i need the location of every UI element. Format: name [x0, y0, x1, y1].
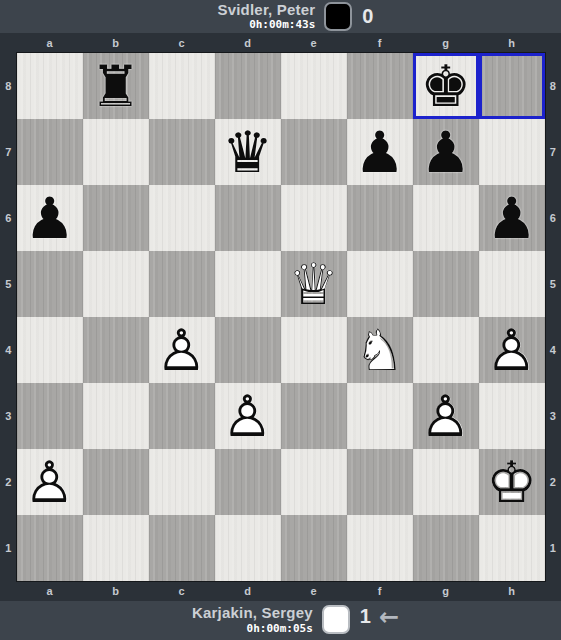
turn-arrow-icon: ← [379, 605, 399, 629]
piece-black-pawn: ♟ [347, 119, 413, 185]
rank-label-2: 2 [0, 449, 17, 515]
rank-label-2: 2 [545, 449, 561, 515]
square-f3[interactable] [347, 383, 413, 449]
square-h2[interactable]: ♚♔ [479, 449, 545, 515]
square-b6[interactable] [83, 185, 149, 251]
file-label-g: g [413, 37, 479, 49]
file-label-f: f [347, 585, 413, 597]
square-f7[interactable]: ♟ [347, 119, 413, 185]
rank-label-3: 3 [0, 383, 17, 449]
square-f8[interactable] [347, 53, 413, 119]
square-a1[interactable] [17, 515, 83, 581]
square-b4[interactable] [83, 317, 149, 383]
square-e1[interactable] [281, 515, 347, 581]
square-d5[interactable] [215, 251, 281, 317]
piece-white-queen: ♛♕ [281, 251, 347, 317]
square-b8[interactable]: ♜ [83, 53, 149, 119]
square-g4[interactable] [413, 317, 479, 383]
square-h7[interactable] [479, 119, 545, 185]
square-f1[interactable] [347, 515, 413, 581]
top-player-name: Svidler, Peter [218, 2, 316, 19]
square-f6[interactable] [347, 185, 413, 251]
square-d8[interactable] [215, 53, 281, 119]
rank-label-4: 4 [0, 317, 17, 383]
file-label-f: f [347, 37, 413, 49]
square-b1[interactable] [83, 515, 149, 581]
file-label-h: h [479, 585, 545, 597]
file-labels-top: abcdefgh [0, 33, 561, 53]
piece-black-pawn: ♟ [413, 119, 479, 185]
bottom-player-score: 1 [360, 605, 371, 628]
square-f4[interactable]: ♞♘ [347, 317, 413, 383]
square-e8[interactable] [281, 53, 347, 119]
piece-black-pawn: ♟ [17, 185, 83, 251]
square-c2[interactable] [149, 449, 215, 515]
square-e6[interactable] [281, 185, 347, 251]
square-h3[interactable] [479, 383, 545, 449]
file-labels-bottom: abcdefgh [0, 581, 561, 601]
square-d7[interactable]: ♛ [215, 119, 281, 185]
square-c4[interactable]: ♟♙ [149, 317, 215, 383]
white-color-chip [322, 605, 350, 634]
rank-label-6: 6 [0, 185, 17, 251]
file-label-h: h [479, 37, 545, 49]
square-g6[interactable] [413, 185, 479, 251]
file-label-d: d [215, 585, 281, 597]
bottom-player-clock: 0h:00m:05s [247, 623, 313, 635]
piece-white-pawn: ♟♙ [479, 317, 545, 383]
piece-white-pawn: ♟♙ [149, 317, 215, 383]
rank-label-8: 8 [545, 53, 561, 119]
file-label-g: g [413, 585, 479, 597]
square-a5[interactable] [17, 251, 83, 317]
piece-black-rook: ♜ [83, 53, 149, 119]
piece-black-pawn: ♟ [479, 185, 545, 251]
square-a7[interactable] [17, 119, 83, 185]
square-g3[interactable]: ♟♙ [413, 383, 479, 449]
file-label-b: b [83, 37, 149, 49]
file-label-e: e [281, 37, 347, 49]
square-c1[interactable] [149, 515, 215, 581]
top-player-clock: 0h:00m:43s [249, 19, 315, 31]
square-a3[interactable] [17, 383, 83, 449]
file-label-c: c [149, 37, 215, 49]
square-e4[interactable] [281, 317, 347, 383]
square-h1[interactable] [479, 515, 545, 581]
rank-label-7: 7 [0, 119, 17, 185]
square-f5[interactable] [347, 251, 413, 317]
piece-white-pawn: ♟♙ [413, 383, 479, 449]
piece-black-queen: ♛ [215, 119, 281, 185]
rank-labels-left: 87654321 [0, 53, 17, 581]
square-d6[interactable] [215, 185, 281, 251]
square-c7[interactable] [149, 119, 215, 185]
square-g7[interactable]: ♟ [413, 119, 479, 185]
square-d3[interactable]: ♟♙ [215, 383, 281, 449]
bottom-player-info: Karjakin, Sergey 0h:00m:05s [192, 605, 313, 635]
black-color-chip [324, 2, 352, 31]
square-b5[interactable] [83, 251, 149, 317]
square-c6[interactable] [149, 185, 215, 251]
file-label-e: e [281, 585, 347, 597]
piece-black-king: ♚ [413, 53, 479, 119]
square-g8[interactable]: ♚ [413, 53, 479, 119]
square-g2[interactable] [413, 449, 479, 515]
square-h4[interactable]: ♟♙ [479, 317, 545, 383]
piece-white-knight: ♞♘ [347, 317, 413, 383]
square-c8[interactable] [149, 53, 215, 119]
rank-label-5: 5 [0, 251, 17, 317]
square-h5[interactable] [479, 251, 545, 317]
square-d4[interactable] [215, 317, 281, 383]
chess-app: Svidler, Peter 0h:00m:43s 0 abcdefgh 876… [0, 0, 561, 640]
square-e7[interactable] [281, 119, 347, 185]
square-c3[interactable] [149, 383, 215, 449]
square-b7[interactable] [83, 119, 149, 185]
board-frame: abcdefgh 87654321 ♜♚♛♟♟♟♟♛♕♟♙♞♘♟♙♟♙♟♙♟♙♚… [0, 33, 561, 601]
square-h8[interactable] [479, 53, 545, 119]
rank-label-8: 8 [0, 53, 17, 119]
rank-label-1: 1 [0, 515, 17, 581]
square-e5[interactable]: ♛♕ [281, 251, 347, 317]
piece-white-pawn: ♟♙ [17, 449, 83, 515]
square-a6[interactable]: ♟ [17, 185, 83, 251]
bottom-player-bar: Karjakin, Sergey 0h:00m:05s 1 ← [15, 601, 561, 640]
square-b2[interactable] [83, 449, 149, 515]
top-player-score: 0 [362, 5, 373, 28]
square-a2[interactable]: ♟♙ [17, 449, 83, 515]
rank-label-5: 5 [545, 251, 561, 317]
file-label-c: c [149, 585, 215, 597]
file-label-b: b [83, 585, 149, 597]
piece-white-pawn: ♟♙ [215, 383, 281, 449]
rank-label-4: 4 [545, 317, 561, 383]
rank-label-3: 3 [545, 383, 561, 449]
rank-labels-right: 87654321 [545, 53, 561, 581]
top-player-bar: Svidler, Peter 0h:00m:43s 0 [15, 0, 561, 33]
square-a8[interactable] [17, 53, 83, 119]
square-f2[interactable] [347, 449, 413, 515]
board: ♜♚♛♟♟♟♟♛♕♟♙♞♘♟♙♟♙♟♙♟♙♚♔ [17, 53, 545, 581]
square-b3[interactable] [83, 383, 149, 449]
square-e2[interactable] [281, 449, 347, 515]
rank-label-7: 7 [545, 119, 561, 185]
piece-white-king: ♚♔ [479, 449, 545, 515]
square-g1[interactable] [413, 515, 479, 581]
rank-label-1: 1 [545, 515, 561, 581]
top-player-info: Svidler, Peter 0h:00m:43s [218, 2, 316, 32]
square-e3[interactable] [281, 383, 347, 449]
square-d2[interactable] [215, 449, 281, 515]
square-g5[interactable] [413, 251, 479, 317]
square-h6[interactable]: ♟ [479, 185, 545, 251]
rank-label-6: 6 [545, 185, 561, 251]
file-label-d: d [215, 37, 281, 49]
square-d1[interactable] [215, 515, 281, 581]
square-c5[interactable] [149, 251, 215, 317]
file-label-a: a [17, 585, 83, 597]
square-a4[interactable] [17, 317, 83, 383]
bottom-player-name: Karjakin, Sergey [192, 605, 313, 622]
file-label-a: a [17, 37, 83, 49]
